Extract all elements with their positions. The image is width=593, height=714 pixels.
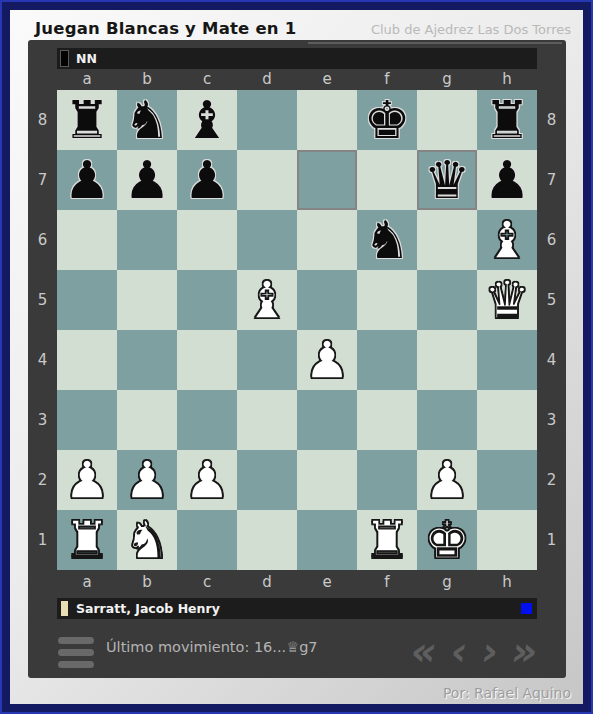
square-d8[interactable]: [237, 90, 297, 150]
square-e4[interactable]: ♟: [297, 330, 357, 390]
square-h4[interactable]: [477, 330, 537, 390]
rank-label-8: 8: [28, 90, 57, 150]
square-d5[interactable]: ♝: [237, 270, 297, 330]
white-pawn[interactable]: ♟: [424, 454, 471, 506]
page: Juegan Blancas y Mate en 1 Club de Ajedr…: [0, 0, 593, 714]
square-e2[interactable]: [297, 450, 357, 510]
square-h3[interactable]: [477, 390, 537, 450]
square-f8[interactable]: ♚: [357, 90, 417, 150]
square-e7[interactable]: [297, 150, 357, 210]
black-pawn[interactable]: ♟: [64, 154, 111, 206]
square-f7[interactable]: [357, 150, 417, 210]
square-c2[interactable]: ♟: [177, 450, 237, 510]
square-b8[interactable]: ♞: [117, 90, 177, 150]
square-a5[interactable]: [57, 270, 117, 330]
page-border: Juegan Blancas y Mate en 1 Club de Ajedr…: [2, 2, 591, 712]
nav-next-button[interactable]: ›: [477, 625, 503, 677]
menu-button[interactable]: [58, 637, 94, 673]
file-label-a: a: [57, 572, 117, 593]
white-rook[interactable]: ♜: [364, 514, 411, 566]
file-label-c: c: [177, 572, 237, 593]
white-rook[interactable]: ♜: [64, 514, 111, 566]
white-queen[interactable]: ♛: [484, 274, 531, 326]
square-d7[interactable]: [237, 150, 297, 210]
rank-label-6: 6: [28, 210, 57, 270]
file-label-b: b: [117, 69, 177, 90]
square-c7[interactable]: ♟: [177, 150, 237, 210]
square-e8[interactable]: [297, 90, 357, 150]
square-g5[interactable]: [417, 270, 477, 330]
rank-label-2: 2: [28, 450, 57, 510]
black-pawn[interactable]: ♟: [124, 154, 171, 206]
square-d3[interactable]: [237, 390, 297, 450]
file-label-g: g: [417, 69, 477, 90]
black-bishop[interactable]: ♝: [184, 94, 231, 146]
square-d6[interactable]: [237, 210, 297, 270]
white-knight[interactable]: ♞: [124, 514, 171, 566]
square-a6[interactable]: [57, 210, 117, 270]
file-label-b: b: [117, 572, 177, 593]
square-a1[interactable]: ♜: [57, 510, 117, 570]
move-navigation: « ‹ › »: [411, 625, 538, 677]
square-h7[interactable]: ♟: [477, 150, 537, 210]
square-b5[interactable]: [117, 270, 177, 330]
menu-icon: [58, 637, 94, 644]
square-f4[interactable]: [357, 330, 417, 390]
square-b3[interactable]: [117, 390, 177, 450]
page-title: Juegan Blancas y Mate en 1: [35, 19, 296, 38]
black-knight[interactable]: ♞: [124, 94, 171, 146]
square-g3[interactable]: [417, 390, 477, 450]
nav-last-button[interactable]: »: [508, 625, 543, 677]
square-c4[interactable]: [177, 330, 237, 390]
square-b1[interactable]: ♞: [117, 510, 177, 570]
rank-label-4: 4: [537, 330, 566, 390]
square-f3[interactable]: [357, 390, 417, 450]
player-name-top: NN: [76, 51, 97, 66]
square-h8[interactable]: ♜: [477, 90, 537, 150]
file-label-c: c: [177, 69, 237, 90]
controls-bar: Último movimiento: 16...♕g7 « ‹ › »: [28, 625, 566, 678]
black-rook[interactable]: ♜: [64, 94, 111, 146]
file-label-f: f: [357, 572, 417, 593]
square-g6[interactable]: [417, 210, 477, 270]
square-b6[interactable]: [117, 210, 177, 270]
square-a8[interactable]: ♜: [57, 90, 117, 150]
last-move-label: Último movimiento: 16...♕g7: [106, 639, 318, 655]
square-f5[interactable]: [357, 270, 417, 330]
black-king[interactable]: ♚: [364, 94, 411, 146]
square-f2[interactable]: [357, 450, 417, 510]
square-c1[interactable]: [177, 510, 237, 570]
square-e3[interactable]: [297, 390, 357, 450]
nav-first-button[interactable]: «: [407, 625, 442, 677]
file-label-a: a: [57, 69, 117, 90]
player-bar-bottom: Sarratt, Jacob Henry: [57, 598, 537, 619]
white-color-marker: [61, 601, 68, 616]
rank-label-1: 1: [28, 510, 57, 570]
rank-label-8: 8: [537, 90, 566, 150]
square-b7[interactable]: ♟: [117, 150, 177, 210]
square-g8[interactable]: [417, 90, 477, 150]
square-a7[interactable]: ♟: [57, 150, 117, 210]
file-labels-bottom: abcdefgh: [57, 572, 537, 593]
square-h2[interactable]: [477, 450, 537, 510]
square-e5[interactable]: [297, 270, 357, 330]
rank-label-5: 5: [537, 270, 566, 330]
white-pawn[interactable]: ♟: [124, 454, 171, 506]
rank-label-4: 4: [28, 330, 57, 390]
square-h6[interactable]: ♝: [477, 210, 537, 270]
square-g7[interactable]: ♛: [417, 150, 477, 210]
square-a2[interactable]: ♟: [57, 450, 117, 510]
square-c5[interactable]: [177, 270, 237, 330]
menu-icon: [58, 649, 94, 656]
square-e1[interactable]: [297, 510, 357, 570]
square-c8[interactable]: ♝: [177, 90, 237, 150]
square-h5[interactable]: ♛: [477, 270, 537, 330]
square-c3[interactable]: [177, 390, 237, 450]
file-label-g: g: [417, 572, 477, 593]
square-d1[interactable]: [237, 510, 297, 570]
file-label-h: h: [477, 69, 537, 90]
black-rook[interactable]: ♜: [484, 94, 531, 146]
square-b4[interactable]: [117, 330, 177, 390]
rank-label-7: 7: [28, 150, 57, 210]
white-pawn[interactable]: ♟: [64, 454, 111, 506]
turn-indicator: [521, 603, 532, 614]
file-label-e: e: [297, 572, 357, 593]
black-color-marker: [61, 51, 68, 66]
square-h1[interactable]: [477, 510, 537, 570]
black-knight[interactable]: ♞: [364, 214, 411, 266]
square-g1[interactable]: ♚: [417, 510, 477, 570]
rank-label-5: 5: [28, 270, 57, 330]
rank-labels-right: 87654321: [537, 90, 566, 570]
menu-icon: [58, 661, 94, 668]
square-g2[interactable]: ♟: [417, 450, 477, 510]
rank-labels-left: 87654321: [28, 90, 57, 570]
player-bar-top: NN: [57, 48, 537, 69]
black-queen[interactable]: ♛: [424, 154, 471, 206]
square-e6[interactable]: [297, 210, 357, 270]
white-pawn[interactable]: ♟: [304, 334, 351, 386]
square-b2[interactable]: ♟: [117, 450, 177, 510]
rank-label-2: 2: [537, 450, 566, 510]
square-c6[interactable]: [177, 210, 237, 270]
white-bishop[interactable]: ♝: [244, 274, 291, 326]
file-label-d: d: [237, 69, 297, 90]
white-pawn[interactable]: ♟: [184, 454, 231, 506]
board-frame: NN abcdefgh 87654321 ♜♞♝♚♜♟♟♟♛♟♞♝♝♛♟♟♟♟♟…: [28, 40, 566, 678]
board: ♜♞♝♚♜♟♟♟♛♟♞♝♝♛♟♟♟♟♟♜♞♜♚: [57, 90, 537, 570]
square-a4[interactable]: [57, 330, 117, 390]
credit: Por: Rafael Aquino: [443, 685, 571, 701]
rank-label-3: 3: [28, 390, 57, 450]
rank-label-7: 7: [537, 150, 566, 210]
file-label-h: h: [477, 572, 537, 593]
nav-prev-button[interactable]: ‹: [447, 625, 473, 677]
rank-label-6: 6: [537, 210, 566, 270]
rank-label-1: 1: [537, 510, 566, 570]
square-d2[interactable]: [237, 450, 297, 510]
file-labels-top: abcdefgh: [57, 69, 537, 90]
rank-label-3: 3: [537, 390, 566, 450]
black-pawn[interactable]: ♟: [184, 154, 231, 206]
club-name: Club de Ajedrez Las Dos Torres: [371, 22, 571, 37]
file-label-e: e: [297, 69, 357, 90]
square-f6[interactable]: ♞: [357, 210, 417, 270]
square-a3[interactable]: [57, 390, 117, 450]
file-label-f: f: [357, 69, 417, 90]
content: Juegan Blancas y Mate en 1 Club de Ajedr…: [10, 10, 583, 704]
file-label-d: d: [237, 572, 297, 593]
square-d4[interactable]: [237, 330, 297, 390]
square-g4[interactable]: [417, 330, 477, 390]
player-name-bottom: Sarratt, Jacob Henry: [76, 601, 220, 616]
white-king[interactable]: ♚: [424, 514, 471, 566]
black-pawn[interactable]: ♟: [484, 154, 531, 206]
square-f1[interactable]: ♜: [357, 510, 417, 570]
white-bishop[interactable]: ♝: [484, 214, 531, 266]
